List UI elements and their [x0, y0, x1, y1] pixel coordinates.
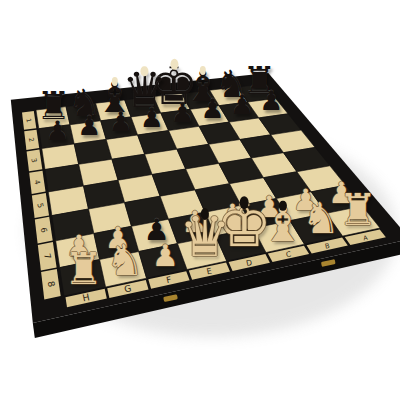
black-pawn[interactable]: ♟ — [200, 97, 224, 124]
black-pawn[interactable]: ♟ — [109, 109, 133, 136]
dark-finial-tip — [279, 200, 286, 210]
cream-finial-tip — [141, 66, 149, 77]
black-pawn[interactable]: ♟ — [140, 105, 164, 132]
dark-finial-tip — [201, 208, 210, 220]
white-pawn[interactable]: ♟ — [152, 242, 179, 272]
white-rook[interactable]: ♜ — [339, 188, 378, 232]
chess-set-photo: 12345678HGFEDCBA ♜♞♝♛♚♝♞♜♟♟♟♟♟♟♟♟♟♟♟♟♟♟♟… — [0, 0, 400, 400]
white-knight[interactable]: ♞ — [302, 197, 340, 240]
black-pawn[interactable]: ♟ — [45, 118, 69, 145]
black-pawn[interactable]: ♟ — [77, 114, 101, 141]
cream-finial-tip — [200, 66, 206, 75]
black-pawn[interactable]: ♟ — [259, 88, 283, 115]
white-rook[interactable]: ♜ — [64, 246, 103, 290]
white-knight[interactable]: ♞ — [106, 239, 144, 282]
black-pawn[interactable]: ♟ — [230, 92, 254, 119]
black-pawn[interactable]: ♟ — [170, 101, 194, 128]
cream-finial-tip — [112, 77, 118, 86]
white-queen[interactable]: ♛ — [179, 208, 231, 266]
cream-finial-tip — [170, 59, 178, 70]
dark-finial-tip — [240, 196, 249, 209]
